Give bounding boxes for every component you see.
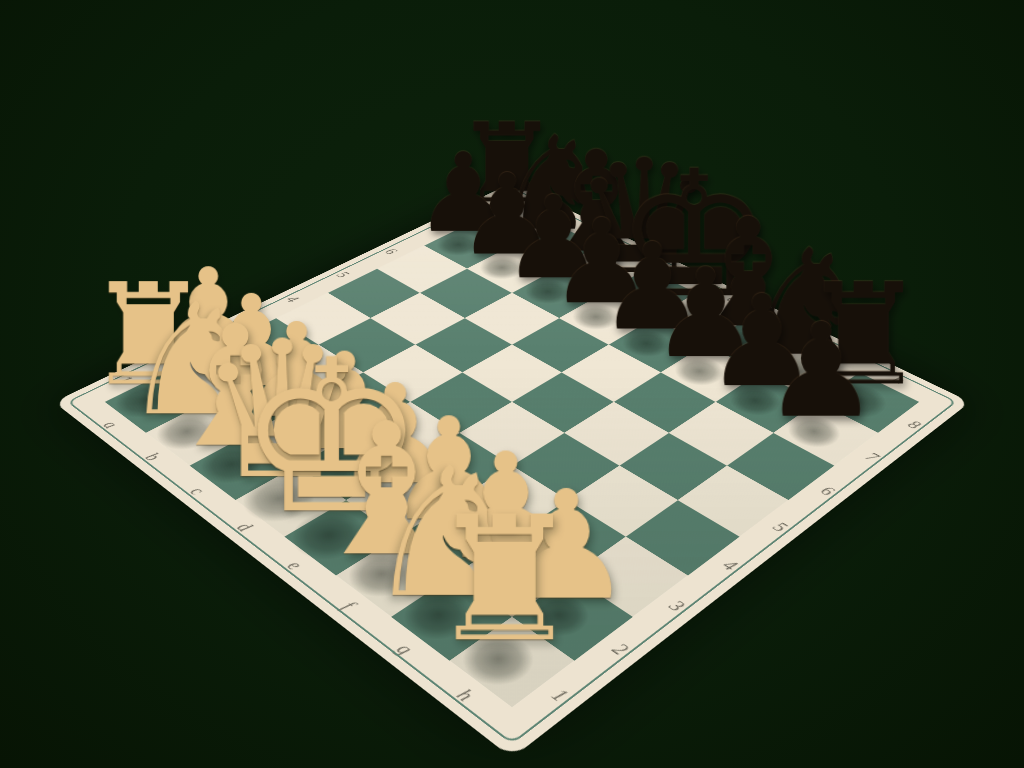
white-rook-h1[interactable]: ♜	[427, 494, 582, 666]
pieces-layer: ♜♞♝♛♚♝♞♜♟♟♟♟♟♟♟♟♟♟♟♟♟♟♟♟♜♞♝♛♚♝♞♜	[105, 203, 920, 708]
coordinate-label-7: 7	[838, 435, 905, 481]
black-pawn-h7[interactable]: ♟	[763, 307, 879, 437]
chess-board: abcdefgh abcdefgh 87654321 87654321 ♜♞♝♛…	[54, 183, 970, 758]
scene-background: abcdefgh abcdefgh 87654321 87654321 ♜♞♝♛…	[0, 0, 1024, 768]
